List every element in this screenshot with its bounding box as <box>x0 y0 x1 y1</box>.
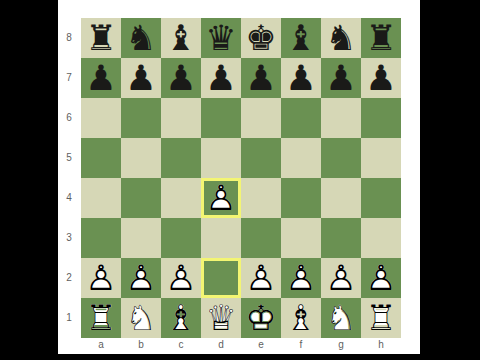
square-g7[interactable]: ♟ <box>321 58 361 98</box>
white-piece-outline: ♗ <box>281 298 321 338</box>
file-label-h: h <box>361 338 401 353</box>
black-piece-fill: ♛ <box>201 18 241 58</box>
square-f5[interactable] <box>281 138 321 178</box>
square-e4[interactable] <box>241 178 281 218</box>
black-piece-fill: ♟ <box>241 58 281 98</box>
square-b5[interactable] <box>121 138 161 178</box>
square-d6[interactable] <box>201 98 241 138</box>
file-label-c: c <box>161 338 201 353</box>
piece-white-bishop[interactable]: ♝♗ <box>161 298 201 338</box>
black-piece-fill: ♟ <box>161 58 201 98</box>
white-piece-outline: ♖ <box>81 298 121 338</box>
white-piece-outline: ♖ <box>361 298 401 338</box>
black-piece-fill: ♚ <box>241 18 281 58</box>
square-h6[interactable] <box>361 98 401 138</box>
square-b6[interactable] <box>121 98 161 138</box>
square-f6[interactable] <box>281 98 321 138</box>
square-c1[interactable]: ♝♗ <box>161 298 201 338</box>
square-f4[interactable] <box>281 178 321 218</box>
piece-white-queen[interactable]: ♛♕ <box>201 298 241 338</box>
piece-black-bishop[interactable]: ♝ <box>281 18 321 58</box>
letterbox-bottom-bar <box>0 354 480 360</box>
square-a3[interactable] <box>81 218 121 258</box>
letterbox-left-bar <box>0 0 58 360</box>
square-d5[interactable] <box>201 138 241 178</box>
square-h8[interactable]: ♜ <box>361 18 401 58</box>
square-c4[interactable] <box>161 178 201 218</box>
square-g6[interactable] <box>321 98 361 138</box>
piece-black-pawn[interactable]: ♟ <box>81 58 121 98</box>
black-piece-fill: ♟ <box>281 58 321 98</box>
square-a6[interactable] <box>81 98 121 138</box>
piece-black-pawn[interactable]: ♟ <box>321 58 361 98</box>
black-piece-fill: ♟ <box>321 58 361 98</box>
white-piece-outline: ♗ <box>161 298 201 338</box>
piece-black-pawn[interactable]: ♟ <box>281 58 321 98</box>
square-h1[interactable]: ♜♖ <box>361 298 401 338</box>
black-piece-fill: ♟ <box>81 58 121 98</box>
square-d2[interactable] <box>201 258 241 298</box>
square-d7[interactable]: ♟ <box>201 58 241 98</box>
square-f7[interactable]: ♟ <box>281 58 321 98</box>
file-label-d: d <box>201 338 241 353</box>
black-piece-fill: ♝ <box>161 18 201 58</box>
rank-label-1: 1 <box>58 298 80 338</box>
square-a1[interactable]: ♜♖ <box>81 298 121 338</box>
white-piece-outline: ♙ <box>121 258 161 298</box>
white-piece-outline: ♙ <box>241 258 281 298</box>
rank-label-5: 5 <box>58 138 80 178</box>
square-g4[interactable] <box>321 178 361 218</box>
square-e6[interactable] <box>241 98 281 138</box>
square-b4[interactable] <box>121 178 161 218</box>
square-b2[interactable]: ♟♙ <box>121 258 161 298</box>
square-f8[interactable]: ♝ <box>281 18 321 58</box>
square-d1[interactable]: ♛♕ <box>201 298 241 338</box>
piece-black-pawn[interactable]: ♟ <box>121 58 161 98</box>
square-a7[interactable]: ♟ <box>81 58 121 98</box>
square-g3[interactable] <box>321 218 361 258</box>
file-label-f: f <box>281 338 321 353</box>
board: ♜♞♝♛♚♝♞♜♟♟♟♟♟♟♟♟♟♙♟♙♟♙♟♙♟♙♟♙♟♙♟♙♜♖♞♘♝♗♛♕… <box>81 18 401 338</box>
white-piece-outline: ♘ <box>121 298 161 338</box>
piece-black-king[interactable]: ♚ <box>241 18 281 58</box>
square-c5[interactable] <box>161 138 201 178</box>
square-b8[interactable]: ♞ <box>121 18 161 58</box>
white-piece-outline: ♙ <box>81 258 121 298</box>
piece-black-bishop[interactable]: ♝ <box>161 18 201 58</box>
square-e7[interactable]: ♟ <box>241 58 281 98</box>
square-f2[interactable]: ♟♙ <box>281 258 321 298</box>
piece-white-pawn[interactable]: ♟♙ <box>361 258 401 298</box>
black-piece-fill: ♜ <box>81 18 121 58</box>
piece-black-pawn[interactable]: ♟ <box>361 58 401 98</box>
square-e2[interactable]: ♟♙ <box>241 258 281 298</box>
piece-white-pawn[interactable]: ♟♙ <box>241 258 281 298</box>
file-labels: a b c d e f g h <box>81 338 401 353</box>
square-d8[interactable]: ♛ <box>201 18 241 58</box>
square-f1[interactable]: ♝♗ <box>281 298 321 338</box>
square-d3[interactable] <box>201 218 241 258</box>
square-h7[interactable]: ♟ <box>361 58 401 98</box>
square-h2[interactable]: ♟♙ <box>361 258 401 298</box>
square-h4[interactable] <box>361 178 401 218</box>
black-piece-fill: ♝ <box>281 18 321 58</box>
rank-label-6: 6 <box>58 98 80 138</box>
white-piece-outline: ♙ <box>321 258 361 298</box>
piece-white-knight[interactable]: ♞♘ <box>321 298 361 338</box>
piece-white-pawn[interactable]: ♟♙ <box>281 258 321 298</box>
piece-black-pawn[interactable]: ♟ <box>241 58 281 98</box>
rank-labels: 8 7 6 5 4 3 2 1 <box>58 18 80 338</box>
black-piece-fill: ♟ <box>121 58 161 98</box>
file-label-e: e <box>241 338 281 353</box>
square-d4[interactable]: ♟♙ <box>201 178 241 218</box>
white-piece-outline: ♙ <box>201 178 241 218</box>
white-piece-outline: ♙ <box>281 258 321 298</box>
video-frame: 8 7 6 5 4 3 2 1 ♜♞♝♛♚♝♞♜♟♟♟♟♟♟♟♟♟♙♟♙♟♙♟♙… <box>0 0 480 360</box>
piece-white-rook[interactable]: ♜♖ <box>361 298 401 338</box>
square-c6[interactable] <box>161 98 201 138</box>
piece-white-pawn[interactable]: ♟♙ <box>161 258 201 298</box>
white-piece-outline: ♘ <box>321 298 361 338</box>
square-b3[interactable] <box>121 218 161 258</box>
piece-black-pawn[interactable]: ♟ <box>201 58 241 98</box>
white-piece-outline: ♙ <box>161 258 201 298</box>
piece-white-pawn[interactable]: ♟♙ <box>201 178 241 218</box>
rank-label-8: 8 <box>58 18 80 58</box>
white-piece-outline: ♙ <box>361 258 401 298</box>
black-piece-fill: ♟ <box>201 58 241 98</box>
file-label-a: a <box>81 338 121 353</box>
square-h3[interactable] <box>361 218 401 258</box>
square-a4[interactable] <box>81 178 121 218</box>
piece-white-pawn[interactable]: ♟♙ <box>81 258 121 298</box>
piece-white-pawn[interactable]: ♟♙ <box>321 258 361 298</box>
piece-black-rook[interactable]: ♜ <box>81 18 121 58</box>
black-piece-fill: ♟ <box>361 58 401 98</box>
white-piece-outline: ♔ <box>241 298 281 338</box>
square-f3[interactable] <box>281 218 321 258</box>
square-c7[interactable]: ♟ <box>161 58 201 98</box>
square-g5[interactable] <box>321 138 361 178</box>
square-c2[interactable]: ♟♙ <box>161 258 201 298</box>
square-g8[interactable]: ♞ <box>321 18 361 58</box>
black-piece-fill: ♜ <box>361 18 401 58</box>
piece-white-pawn[interactable]: ♟♙ <box>121 258 161 298</box>
square-e3[interactable] <box>241 218 281 258</box>
piece-white-bishop[interactable]: ♝♗ <box>281 298 321 338</box>
piece-black-knight[interactable]: ♞ <box>321 18 361 58</box>
piece-white-rook[interactable]: ♜♖ <box>81 298 121 338</box>
square-c3[interactable] <box>161 218 201 258</box>
square-b1[interactable]: ♞♘ <box>121 298 161 338</box>
square-g1[interactable]: ♞♘ <box>321 298 361 338</box>
piece-white-king[interactable]: ♚♔ <box>241 298 281 338</box>
piece-black-queen[interactable]: ♛ <box>201 18 241 58</box>
square-a5[interactable] <box>81 138 121 178</box>
piece-black-rook[interactable]: ♜ <box>361 18 401 58</box>
square-e8[interactable]: ♚ <box>241 18 281 58</box>
rank-label-4: 4 <box>58 178 80 218</box>
rank-label-2: 2 <box>58 258 80 298</box>
square-e5[interactable] <box>241 138 281 178</box>
square-a2[interactable]: ♟♙ <box>81 258 121 298</box>
rank-label-3: 3 <box>58 218 80 258</box>
square-g2[interactable]: ♟♙ <box>321 258 361 298</box>
square-c8[interactable]: ♝ <box>161 18 201 58</box>
square-e1[interactable]: ♚♔ <box>241 298 281 338</box>
square-a8[interactable]: ♜ <box>81 18 121 58</box>
letterbox-right-bar <box>420 0 480 360</box>
piece-black-pawn[interactable]: ♟ <box>161 58 201 98</box>
white-piece-outline: ♕ <box>201 298 241 338</box>
black-piece-fill: ♞ <box>321 18 361 58</box>
file-label-g: g <box>321 338 361 353</box>
square-b7[interactable]: ♟ <box>121 58 161 98</box>
black-piece-fill: ♞ <box>121 18 161 58</box>
square-h5[interactable] <box>361 138 401 178</box>
piece-black-knight[interactable]: ♞ <box>121 18 161 58</box>
file-label-b: b <box>121 338 161 353</box>
rank-label-7: 7 <box>58 58 80 98</box>
piece-white-knight[interactable]: ♞♘ <box>121 298 161 338</box>
